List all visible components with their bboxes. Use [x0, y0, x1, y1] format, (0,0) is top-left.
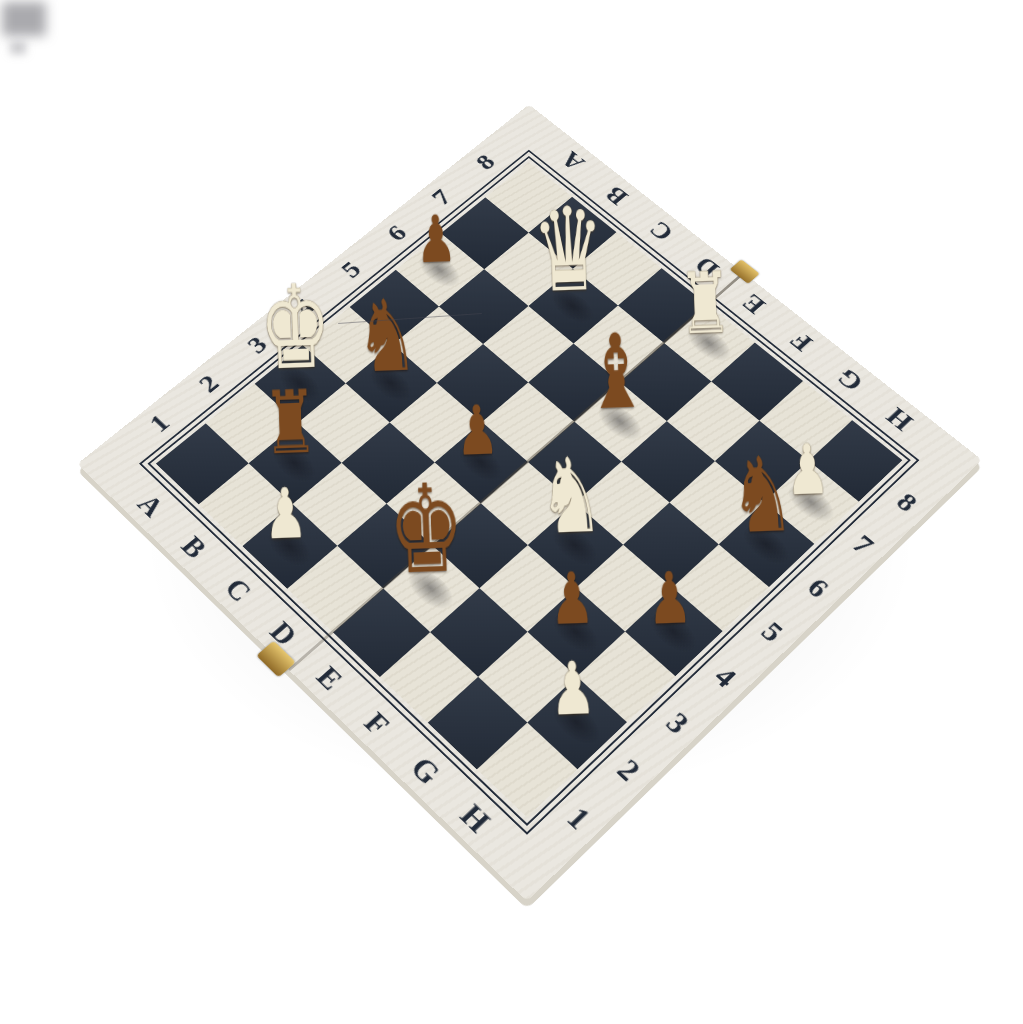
brown-pawn-h4[interactable]: ♟ [617, 561, 722, 636]
white-pawn-h2[interactable]: ♟ [519, 650, 627, 727]
brown-knight-b4[interactable]: ♞ [337, 285, 437, 388]
brown-pawn-a6[interactable]: ♟ [388, 205, 484, 273]
white-queen-c7[interactable]: ♛ [519, 191, 617, 310]
brown-rook-b2[interactable]: ♜ [240, 377, 341, 468]
brown-pawn-g3[interactable]: ♟ [519, 561, 624, 636]
white-pawn-c1[interactable]: ♟ [234, 477, 337, 550]
brown-king-e2[interactable]: ♚ [373, 467, 479, 592]
white-king-a3[interactable]: ♚ [245, 269, 345, 388]
scene: AA11BB22CC33DD44EE55FF66GG77HH88♚♛♜♞♟♟♟♚… [0, 0, 1023, 1024]
brown-pawn-d4[interactable]: ♟ [427, 395, 528, 467]
white-knight-f4[interactable]: ♞ [519, 442, 623, 549]
brown-knight-h6[interactable]: ♞ [710, 441, 814, 548]
brown-bishop-e6[interactable]: ♝ [565, 319, 666, 425]
chess-board: AA11BB22CC33DD44EE55FF66GG77HH88♚♛♜♞♟♟♟♚… [77, 104, 982, 901]
white-rook-e8[interactable]: ♜ [656, 259, 754, 347]
